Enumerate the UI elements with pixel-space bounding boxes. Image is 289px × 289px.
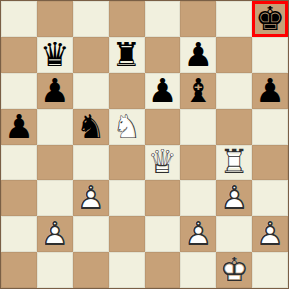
square-a8[interactable] xyxy=(1,1,37,37)
king-glyph-outline: ♔ xyxy=(216,252,252,288)
pawn-glyph-fill: ♟ xyxy=(1,109,37,145)
square-f1[interactable] xyxy=(180,252,216,288)
square-h2[interactable]: ♟♙ xyxy=(252,216,288,252)
pawn-glyph-fill: ♟ xyxy=(252,73,288,109)
square-f4[interactable] xyxy=(180,145,216,181)
square-c6[interactable] xyxy=(73,73,109,109)
square-f8[interactable] xyxy=(180,1,216,37)
pawn-glyph-outline: ♙ xyxy=(252,216,288,252)
square-d6[interactable] xyxy=(109,73,145,109)
square-a3[interactable] xyxy=(1,180,37,216)
knight-glyph-fill: ♞ xyxy=(73,109,109,145)
square-d4[interactable] xyxy=(109,145,145,181)
square-g5[interactable] xyxy=(216,109,252,145)
square-d8[interactable] xyxy=(109,1,145,37)
square-h4[interactable] xyxy=(252,145,288,181)
square-c2[interactable] xyxy=(73,216,109,252)
square-h8-highlighted[interactable]: ♚ xyxy=(252,1,288,37)
square-c3[interactable]: ♟♙ xyxy=(73,180,109,216)
square-a6[interactable] xyxy=(1,73,37,109)
square-f5[interactable] xyxy=(180,109,216,145)
square-a1[interactable] xyxy=(1,252,37,288)
pawn-glyph-outline: ♙ xyxy=(180,216,216,252)
white-king-g1[interactable]: ♚♔ xyxy=(216,252,252,288)
black-bishop-f6[interactable]: ♝ xyxy=(180,73,216,109)
square-d3[interactable] xyxy=(109,180,145,216)
pawn-glyph-fill: ♟ xyxy=(180,37,216,73)
white-knight-d5[interactable]: ♞♘ xyxy=(109,109,145,145)
square-c7[interactable] xyxy=(73,37,109,73)
black-pawn-e6[interactable]: ♟ xyxy=(145,73,181,109)
square-b3[interactable] xyxy=(37,180,73,216)
square-g4[interactable]: ♜♖ xyxy=(216,145,252,181)
knight-glyph-outline: ♘ xyxy=(109,109,145,145)
square-f2[interactable]: ♟♙ xyxy=(180,216,216,252)
square-e4[interactable]: ♛♕ xyxy=(145,145,181,181)
square-e5[interactable] xyxy=(145,109,181,145)
square-a2[interactable] xyxy=(1,216,37,252)
square-d2[interactable] xyxy=(109,216,145,252)
square-c8[interactable] xyxy=(73,1,109,37)
square-e1[interactable] xyxy=(145,252,181,288)
white-pawn-h2[interactable]: ♟♙ xyxy=(252,216,288,252)
black-pawn-b6[interactable]: ♟ xyxy=(37,73,73,109)
square-d1[interactable] xyxy=(109,252,145,288)
white-pawn-b2[interactable]: ♟♙ xyxy=(37,216,73,252)
black-pawn-a5[interactable]: ♟ xyxy=(1,109,37,145)
square-h6[interactable]: ♟ xyxy=(252,73,288,109)
square-c1[interactable] xyxy=(73,252,109,288)
white-pawn-c3[interactable]: ♟♙ xyxy=(73,180,109,216)
white-queen-e4[interactable]: ♛♕ xyxy=(145,145,181,181)
black-rook-d7[interactable]: ♜ xyxy=(109,37,145,73)
square-e7[interactable] xyxy=(145,37,181,73)
square-g3[interactable]: ♟♙ xyxy=(216,180,252,216)
queen-glyph-outline: ♕ xyxy=(145,145,181,181)
square-d5[interactable]: ♞♘ xyxy=(109,109,145,145)
square-f6[interactable]: ♝ xyxy=(180,73,216,109)
square-h5[interactable] xyxy=(252,109,288,145)
black-pawn-f7[interactable]: ♟ xyxy=(180,37,216,73)
square-g1[interactable]: ♚♔ xyxy=(216,252,252,288)
black-king-h8[interactable]: ♚ xyxy=(252,1,288,37)
square-h1[interactable] xyxy=(252,252,288,288)
square-b6[interactable]: ♟ xyxy=(37,73,73,109)
rook-glyph-fill: ♜ xyxy=(109,37,145,73)
square-a5[interactable]: ♟ xyxy=(1,109,37,145)
pawn-glyph-fill: ♟ xyxy=(145,73,181,109)
chess-board: ♚♛♜♟♟♟♝♟♟♞♞♘♛♕♜♖♟♙♟♙♟♙♟♙♟♙♚♔ xyxy=(0,0,289,289)
square-b5[interactable] xyxy=(37,109,73,145)
pawn-glyph-outline: ♙ xyxy=(37,216,73,252)
white-pawn-f2[interactable]: ♟♙ xyxy=(180,216,216,252)
square-b7[interactable]: ♛ xyxy=(37,37,73,73)
pawn-glyph-outline: ♙ xyxy=(216,180,252,216)
square-c4[interactable] xyxy=(73,145,109,181)
square-c5[interactable]: ♞ xyxy=(73,109,109,145)
square-a4[interactable] xyxy=(1,145,37,181)
square-a7[interactable] xyxy=(1,37,37,73)
pawn-glyph-outline: ♙ xyxy=(73,180,109,216)
black-knight-c5[interactable]: ♞ xyxy=(73,109,109,145)
square-d7[interactable]: ♜ xyxy=(109,37,145,73)
square-f3[interactable] xyxy=(180,180,216,216)
square-g8[interactable] xyxy=(216,1,252,37)
square-b8[interactable] xyxy=(37,1,73,37)
square-e2[interactable] xyxy=(145,216,181,252)
white-rook-g4[interactable]: ♜♖ xyxy=(216,145,252,181)
black-pawn-h6[interactable]: ♟ xyxy=(252,73,288,109)
white-pawn-g3[interactable]: ♟♙ xyxy=(216,180,252,216)
square-g6[interactable] xyxy=(216,73,252,109)
square-e8[interactable] xyxy=(145,1,181,37)
square-g7[interactable] xyxy=(216,37,252,73)
square-b4[interactable] xyxy=(37,145,73,181)
square-e6[interactable]: ♟ xyxy=(145,73,181,109)
square-h7[interactable] xyxy=(252,37,288,73)
square-h3[interactable] xyxy=(252,180,288,216)
rook-glyph-outline: ♖ xyxy=(216,145,252,181)
square-e3[interactable] xyxy=(145,180,181,216)
square-f7[interactable]: ♟ xyxy=(180,37,216,73)
black-queen-b7[interactable]: ♛ xyxy=(37,37,73,73)
square-b1[interactable] xyxy=(37,252,73,288)
square-b2[interactable]: ♟♙ xyxy=(37,216,73,252)
pawn-glyph-fill: ♟ xyxy=(37,73,73,109)
queen-glyph-fill: ♛ xyxy=(37,37,73,73)
bishop-glyph-fill: ♝ xyxy=(180,73,216,109)
king-glyph-fill: ♚ xyxy=(252,1,288,37)
square-g2[interactable] xyxy=(216,216,252,252)
